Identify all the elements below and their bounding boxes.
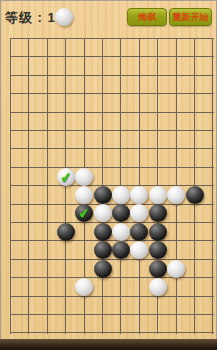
board-bottom-edge xyxy=(0,339,217,350)
last-move-check-icon: ✔ xyxy=(74,203,94,223)
black-stone xyxy=(112,241,130,259)
undo-button[interactable]: 悔棋 xyxy=(127,8,167,26)
black-stone xyxy=(94,186,112,204)
white-stone-turn-icon xyxy=(55,8,73,26)
white-stone xyxy=(130,204,148,222)
white-stone xyxy=(112,186,130,204)
last-move-check-icon: ✔ xyxy=(56,166,76,186)
white-stone xyxy=(167,260,185,278)
white-stone xyxy=(167,186,185,204)
black-stone xyxy=(149,241,167,259)
black-stone xyxy=(149,223,167,241)
white-stone xyxy=(75,168,93,186)
gomoku-app-screen: 等级 : 1 悔棋 重新开始 ✔✔ xyxy=(0,0,217,350)
black-stone xyxy=(94,223,112,241)
white-stone: ✔ xyxy=(57,168,75,186)
white-stone xyxy=(149,278,167,296)
top-bar: 等级 : 1 悔棋 重新开始 xyxy=(0,0,217,34)
black-stone xyxy=(149,260,167,278)
black-stone xyxy=(130,223,148,241)
game-board[interactable]: ✔✔ xyxy=(10,38,214,334)
black-stone: ✔ xyxy=(75,204,93,222)
white-stone xyxy=(75,186,93,204)
white-stone xyxy=(75,278,93,296)
black-stone xyxy=(112,204,130,222)
black-stone xyxy=(186,186,204,204)
level-label: 等级 : 1 xyxy=(5,9,56,27)
black-stone xyxy=(57,223,75,241)
black-stone xyxy=(94,241,112,259)
white-stone xyxy=(94,204,112,222)
white-stone xyxy=(149,186,167,204)
white-stone xyxy=(130,241,148,259)
white-stone xyxy=(130,186,148,204)
restart-button[interactable]: 重新开始 xyxy=(169,8,212,26)
white-stone xyxy=(112,223,130,241)
black-stone xyxy=(149,204,167,222)
black-stone xyxy=(94,260,112,278)
